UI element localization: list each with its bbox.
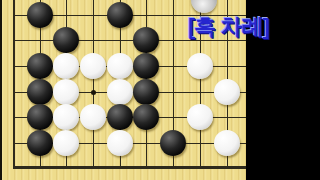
stone-black <box>27 130 53 156</box>
star-point <box>91 90 96 95</box>
window-edge-line <box>0 0 2 180</box>
stone-black <box>107 104 133 130</box>
stone-white <box>187 53 213 79</box>
stone-black <box>133 79 159 105</box>
stone-white <box>53 130 79 156</box>
stone-black <box>27 79 53 105</box>
grid-horizontal-line <box>13 166 246 169</box>
stone-white <box>107 79 133 105</box>
stone-black <box>27 2 53 28</box>
stone-black <box>53 27 79 53</box>
stone-black <box>160 130 186 156</box>
stone-white <box>214 130 240 156</box>
stone-white <box>53 104 79 130</box>
stone-white <box>214 79 240 105</box>
turn-indicator-label: [흑 차례] <box>188 12 269 42</box>
stone-black <box>27 53 53 79</box>
stone-white <box>107 130 133 156</box>
stone-white <box>107 53 133 79</box>
video-frame: [흑 차례] <box>0 0 320 180</box>
stone-black <box>133 104 159 130</box>
stone-white <box>80 104 106 130</box>
stone-white <box>53 79 79 105</box>
stone-black <box>27 104 53 130</box>
stone-white <box>80 53 106 79</box>
stone-black <box>107 2 133 28</box>
stone-white <box>53 53 79 79</box>
stone-black <box>133 53 159 79</box>
stone-black <box>133 27 159 53</box>
stone-white <box>187 104 213 130</box>
